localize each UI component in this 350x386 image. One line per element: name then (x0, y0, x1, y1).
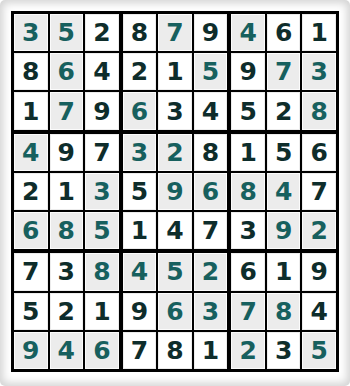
cell-r3c3[interactable]: 9 (85, 92, 119, 129)
cell-r5c6[interactable]: 6 (194, 173, 228, 210)
cell-r4c1[interactable]: 4 (14, 134, 48, 171)
cell-r3c9[interactable]: 8 (302, 92, 336, 129)
cell-r8c5[interactable]: 6 (158, 293, 192, 330)
cell-r2c6[interactable]: 5 (194, 53, 228, 90)
cell-r4c7[interactable]: 1 (231, 134, 265, 171)
cell-r7c1[interactable]: 7 (14, 253, 48, 290)
box-9: 619784235 (231, 253, 336, 369)
box-1: 352864179 (14, 14, 119, 130)
cell-r8c2[interactable]: 2 (50, 293, 84, 330)
cell-r9c7[interactable]: 2 (231, 332, 265, 369)
cell-r6c3[interactable]: 5 (85, 212, 119, 249)
cell-r1c1[interactable]: 3 (14, 14, 48, 51)
cell-r7c4[interactable]: 4 (123, 253, 157, 290)
box-6: 156847392 (231, 134, 336, 250)
cell-r8c6[interactable]: 3 (194, 293, 228, 330)
cell-r3c5[interactable]: 3 (158, 92, 192, 129)
cell-r2c1[interactable]: 8 (14, 53, 48, 90)
cell-r9c9[interactable]: 5 (302, 332, 336, 369)
cell-r4c9[interactable]: 6 (302, 134, 336, 171)
cell-r3c1[interactable]: 1 (14, 92, 48, 129)
cell-r3c6[interactable]: 4 (194, 92, 228, 129)
cell-r7c3[interactable]: 8 (85, 253, 119, 290)
cell-r9c5[interactable]: 8 (158, 332, 192, 369)
cell-r2c8[interactable]: 7 (267, 53, 301, 90)
cell-r9c1[interactable]: 9 (14, 332, 48, 369)
cell-r8c3[interactable]: 1 (85, 293, 119, 330)
cell-r3c2[interactable]: 7 (50, 92, 84, 129)
cell-r4c6[interactable]: 8 (194, 134, 228, 171)
cell-r4c5[interactable]: 2 (158, 134, 192, 171)
cell-r6c9[interactable]: 2 (302, 212, 336, 249)
cell-r5c2[interactable]: 1 (50, 173, 84, 210)
box-8: 452963781 (123, 253, 228, 369)
cell-r5c7[interactable]: 8 (231, 173, 265, 210)
cell-r2c5[interactable]: 1 (158, 53, 192, 90)
cell-r9c8[interactable]: 3 (267, 332, 301, 369)
cell-r7c8[interactable]: 1 (267, 253, 301, 290)
page: 3528641798792156344619735284972136853285… (0, 0, 350, 386)
cell-r3c8[interactable]: 2 (267, 92, 301, 129)
cell-r5c1[interactable]: 2 (14, 173, 48, 210)
cell-r9c2[interactable]: 4 (50, 332, 84, 369)
cell-r5c3[interactable]: 3 (85, 173, 119, 210)
cell-r6c7[interactable]: 3 (231, 212, 265, 249)
cell-r6c4[interactable]: 1 (123, 212, 157, 249)
cell-r4c3[interactable]: 7 (85, 134, 119, 171)
cell-r7c6[interactable]: 2 (194, 253, 228, 290)
cell-r1c6[interactable]: 9 (194, 14, 228, 51)
cell-r1c2[interactable]: 5 (50, 14, 84, 51)
cell-r7c2[interactable]: 3 (50, 253, 84, 290)
cell-r8c1[interactable]: 5 (14, 293, 48, 330)
cell-r8c8[interactable]: 8 (267, 293, 301, 330)
cell-r3c7[interactable]: 5 (231, 92, 265, 129)
cell-r6c1[interactable]: 6 (14, 212, 48, 249)
cell-r1c8[interactable]: 6 (267, 14, 301, 51)
cell-r1c4[interactable]: 8 (123, 14, 157, 51)
cell-r8c7[interactable]: 7 (231, 293, 265, 330)
cell-r8c4[interactable]: 9 (123, 293, 157, 330)
cell-r9c6[interactable]: 1 (194, 332, 228, 369)
box-7: 738521946 (14, 253, 119, 369)
cell-r1c3[interactable]: 2 (85, 14, 119, 51)
cell-r2c4[interactable]: 2 (123, 53, 157, 90)
cell-r2c9[interactable]: 3 (302, 53, 336, 90)
cell-r9c4[interactable]: 7 (123, 332, 157, 369)
sudoku-board: 3528641798792156344619735284972136853285… (11, 11, 339, 372)
cell-r1c9[interactable]: 1 (302, 14, 336, 51)
box-3: 461973528 (231, 14, 336, 130)
cell-r2c3[interactable]: 4 (85, 53, 119, 90)
cell-r2c7[interactable]: 9 (231, 53, 265, 90)
box-5: 328596147 (123, 134, 228, 250)
cell-r4c2[interactable]: 9 (50, 134, 84, 171)
cell-r7c9[interactable]: 9 (302, 253, 336, 290)
cell-r5c5[interactable]: 9 (158, 173, 192, 210)
cell-r7c7[interactable]: 6 (231, 253, 265, 290)
cell-r1c5[interactable]: 7 (158, 14, 192, 51)
cell-r9c3[interactable]: 6 (85, 332, 119, 369)
cell-r8c9[interactable]: 4 (302, 293, 336, 330)
cell-r5c4[interactable]: 5 (123, 173, 157, 210)
cell-r5c9[interactable]: 7 (302, 173, 336, 210)
cell-r7c5[interactable]: 5 (158, 253, 192, 290)
cell-r6c5[interactable]: 4 (158, 212, 192, 249)
cell-r2c2[interactable]: 6 (50, 53, 84, 90)
box-2: 879215634 (123, 14, 228, 130)
cell-r5c8[interactable]: 4 (267, 173, 301, 210)
cell-r3c4[interactable]: 6 (123, 92, 157, 129)
cell-r4c4[interactable]: 3 (123, 134, 157, 171)
cell-r6c8[interactable]: 9 (267, 212, 301, 249)
cell-r4c8[interactable]: 5 (267, 134, 301, 171)
cell-r6c2[interactable]: 8 (50, 212, 84, 249)
box-4: 497213685 (14, 134, 119, 250)
cell-r6c6[interactable]: 7 (194, 212, 228, 249)
cell-r1c7[interactable]: 4 (231, 14, 265, 51)
